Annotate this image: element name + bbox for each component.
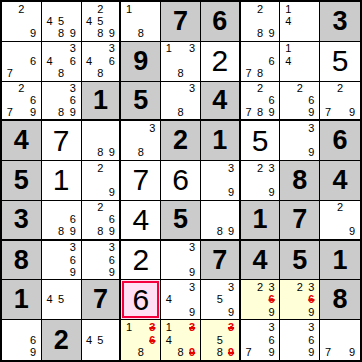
empty-candidate-slot [44, 281, 56, 293]
candidate-digit: 4 [163, 334, 175, 347]
empty-candidate-slot [16, 55, 28, 67]
cell-r7c5[interactable]: 39 [161, 241, 201, 281]
candidate-grid: 26789 [241, 82, 280, 120]
empty-candidate-slot [163, 67, 175, 79]
candidate-digit: 1 [163, 43, 175, 55]
cell-r8c5[interactable]: 349 [161, 280, 201, 320]
candidate-grid: 3468 [42, 42, 81, 81]
empty-candidate-slot [84, 266, 95, 278]
empty-candidate-slot [67, 202, 79, 214]
empty-candidate-slot [67, 281, 79, 293]
empty-candidate-slot [4, 83, 16, 95]
candidate-digit: 3 [106, 43, 117, 55]
empty-candidate-slot [346, 334, 358, 347]
empty-candidate-slot [334, 214, 346, 226]
empty-candidate-slot [294, 3, 306, 15]
candidate-digit: 4 [282, 15, 294, 27]
cell-r5c2[interactable]: 1 [42, 161, 82, 201]
cell-r7c1[interactable]: 8 [2, 241, 42, 281]
empty-candidate-slot [44, 67, 56, 79]
candidate-digit: 3 [225, 162, 236, 174]
cell-r1c7[interactable]: 289 [241, 2, 281, 42]
cell-r8c7[interactable]: 2369 [241, 280, 281, 320]
empty-candidate-slot [175, 94, 187, 106]
empty-candidate-slot [243, 321, 255, 334]
empty-candidate-slot [175, 55, 187, 67]
empty-candidate-slot [4, 334, 16, 347]
empty-candidate-slot [266, 174, 278, 186]
cell-r9c6[interactable]: 3589 [201, 320, 241, 360]
cell-r2c6[interactable]: 2 [201, 42, 241, 82]
empty-candidate-slot [203, 334, 214, 347]
candidate-digit: 5 [55, 294, 67, 306]
empty-candidate-slot [44, 226, 56, 238]
empty-candidate-slot [106, 15, 117, 27]
empty-candidate-slot [106, 202, 117, 214]
empty-candidate-slot [294, 55, 306, 67]
cell-r8c6[interactable]: 359 [201, 280, 241, 320]
empty-candidate-slot [84, 162, 95, 174]
struck-candidate-digit: 6 [147, 334, 159, 347]
cell-r1c3[interactable]: 24589 [82, 2, 122, 42]
given-digit: 7 [93, 286, 108, 313]
cell-r4c1[interactable]: 4 [2, 121, 42, 161]
cell-r9c9[interactable]: 79 [320, 320, 360, 360]
empty-candidate-slot [203, 281, 214, 293]
candidate-digit: 4 [44, 294, 56, 306]
candidate-digit: 2 [334, 83, 346, 95]
empty-candidate-slot [123, 346, 135, 359]
candidate-digit: 8 [135, 28, 147, 40]
candidate-digit: 4 [44, 55, 56, 67]
candidate-grid: 1368 [121, 320, 160, 360]
candidate-digit: 2 [294, 83, 306, 95]
cell-r2c8[interactable]: 14 [280, 42, 320, 82]
cell-r3c2[interactable]: 3689 [42, 82, 82, 122]
empty-candidate-slot [84, 3, 95, 15]
cell-r4c2[interactable]: 7 [42, 121, 82, 161]
empty-candidate-slot [95, 43, 106, 55]
candidate-digit: 2 [254, 281, 266, 293]
empty-candidate-slot [16, 67, 28, 79]
empty-candidate-slot [334, 106, 346, 118]
cell-r7c9[interactable]: 1 [320, 241, 360, 281]
cell-r8c3[interactable]: 7 [82, 280, 122, 320]
candidate-digit: 4 [84, 55, 95, 67]
cell-r1c9[interactable]: 3 [320, 2, 360, 42]
cell-r4c4[interactable]: 38 [121, 121, 161, 161]
empty-candidate-slot [175, 266, 187, 278]
cell-r5c9[interactable]: 4 [320, 161, 360, 201]
candidate-digit: 2 [95, 162, 106, 174]
entered-digit: 7 [53, 126, 70, 156]
empty-candidate-slot [346, 94, 358, 106]
empty-candidate-slot [282, 67, 294, 79]
cell-r2c9[interactable]: 5 [320, 42, 360, 82]
entered-digit: 5 [332, 46, 349, 76]
cell-r9c1[interactable]: 69 [2, 320, 42, 360]
empty-candidate-slot [55, 281, 67, 293]
empty-candidate-slot [44, 202, 56, 214]
empty-candidate-slot [282, 306, 294, 318]
candidate-digit: 9 [266, 106, 278, 118]
empty-candidate-slot [135, 3, 147, 15]
empty-candidate-slot [346, 321, 358, 334]
empty-candidate-slot [4, 15, 16, 27]
candidate-grid: 369 [82, 241, 120, 280]
cell-r2c1[interactable]: 67 [2, 42, 42, 82]
candidate-digit: 5 [55, 15, 67, 27]
cell-r1c6[interactable]: 6 [201, 2, 241, 42]
empty-candidate-slot [106, 334, 117, 347]
given-digit: 1 [14, 286, 29, 313]
candidate-grid: 45 [42, 280, 81, 319]
candidate-grid: 89 [201, 201, 239, 239]
empty-candidate-slot [186, 294, 198, 306]
cell-r3c8[interactable]: 269 [280, 82, 320, 122]
candidate-digit: 8 [254, 106, 266, 118]
empty-candidate-slot [214, 306, 225, 318]
empty-candidate-slot [322, 226, 334, 238]
candidate-digit: 1 [123, 321, 135, 334]
cell-r2c5[interactable]: 138 [161, 42, 201, 82]
cell-r5c8[interactable]: 8 [280, 161, 320, 201]
cell-r7c6[interactable]: 7 [201, 241, 241, 281]
candidate-digit: 3 [67, 43, 79, 55]
given-digit: 4 [212, 87, 227, 114]
cell-r2c7[interactable]: 678 [241, 42, 281, 82]
cell-r6c8[interactable]: 7 [280, 201, 320, 241]
empty-candidate-slot [84, 187, 95, 199]
empty-candidate-slot [16, 43, 28, 55]
given-digit: 8 [292, 167, 307, 194]
empty-candidate-slot [254, 174, 266, 186]
candidate-digit: 5 [214, 334, 225, 347]
candidate-digit: 4 [163, 294, 175, 306]
candidate-digit: 1 [282, 3, 294, 15]
given-digit: 5 [173, 206, 188, 233]
candidate-grid: 349 [161, 280, 200, 319]
cell-r9c8[interactable]: 369 [280, 320, 320, 360]
cell-r8c8[interactable]: 2369 [280, 280, 320, 320]
given-digit: 1 [93, 87, 108, 114]
empty-candidate-slot [4, 43, 16, 55]
cell-r9c7[interactable]: 3679 [241, 320, 281, 360]
candidate-digit: 1 [123, 3, 135, 15]
empty-candidate-slot [306, 135, 318, 147]
cell-r3c6[interactable]: 4 [201, 82, 241, 122]
cell-r7c2[interactable]: 369 [42, 241, 82, 281]
candidate-grid: 3589 [201, 320, 239, 360]
candidate-digit: 9 [27, 106, 39, 118]
given-digit: 5 [292, 247, 307, 274]
empty-candidate-slot [254, 43, 266, 55]
cell-r5c4[interactable]: 7 [121, 161, 161, 201]
candidate-digit: 3 [266, 281, 278, 293]
empty-candidate-slot [95, 122, 106, 134]
empty-candidate-slot [147, 15, 159, 27]
cell-r7c4[interactable]: 2 [121, 241, 161, 281]
candidate-digit: 9 [346, 346, 358, 359]
candidate-digit: 6 [106, 55, 117, 67]
candidate-grid: 14 [280, 42, 319, 81]
empty-candidate-slot [95, 266, 106, 278]
candidate-digit: 4 [84, 334, 95, 347]
cell-r4c7[interactable]: 5 [241, 121, 281, 161]
empty-candidate-slot [67, 67, 79, 79]
candidate-digit: 3 [225, 281, 236, 293]
cell-r3c3[interactable]: 1 [82, 82, 122, 122]
candidate-grid: 3468 [82, 42, 120, 81]
empty-candidate-slot [334, 94, 346, 106]
cell-r4c6[interactable]: 1 [201, 121, 241, 161]
candidate-digit: 9 [225, 226, 236, 238]
cell-r4c9[interactable]: 6 [320, 121, 360, 161]
cell-r2c2[interactable]: 3468 [42, 42, 82, 82]
empty-candidate-slot [16, 321, 28, 334]
struck-candidate-digit: 6 [306, 294, 318, 306]
empty-candidate-slot [135, 122, 147, 134]
empty-candidate-slot [106, 346, 117, 359]
empty-candidate-slot [55, 254, 67, 266]
empty-candidate-slot [84, 254, 95, 266]
cell-r5c1[interactable]: 5 [2, 161, 42, 201]
candidate-digit: 4 [282, 55, 294, 67]
empty-candidate-slot [346, 214, 358, 226]
empty-candidate-slot [243, 162, 255, 174]
empty-candidate-slot [322, 334, 334, 347]
candidate-grid: 3679 [241, 320, 280, 360]
given-digit: 1 [212, 127, 227, 154]
cell-r8c9[interactable]: 8 [320, 280, 360, 320]
empty-candidate-slot [243, 334, 255, 347]
empty-candidate-slot [95, 321, 106, 334]
cell-r9c2[interactable]: 2 [42, 320, 82, 360]
candidate-digit: 2 [254, 162, 266, 174]
empty-candidate-slot [106, 174, 117, 186]
cell-r9c4[interactable]: 1368 [121, 320, 161, 360]
candidate-digit: 8 [175, 106, 187, 118]
empty-candidate-slot [243, 15, 255, 27]
cell-r6c5[interactable]: 5 [161, 201, 201, 241]
candidate-grid: 4589 [42, 2, 81, 41]
candidate-grid: 279 [320, 82, 360, 120]
cell-r1c1[interactable]: 29 [2, 2, 42, 42]
empty-candidate-slot [175, 294, 187, 306]
given-digit: 2 [54, 327, 69, 354]
empty-candidate-slot [55, 306, 67, 318]
empty-candidate-slot [225, 294, 236, 306]
candidate-grid: 3689 [42, 82, 81, 120]
empty-candidate-slot [55, 3, 67, 15]
empty-candidate-slot [243, 187, 255, 199]
entered-digit: 6 [172, 165, 189, 195]
cell-r1c5[interactable]: 7 [161, 2, 201, 42]
cell-r4c8[interactable]: 39 [280, 121, 320, 161]
candidate-digit: 9 [266, 346, 278, 359]
cell-r6c4[interactable]: 4 [121, 201, 161, 241]
cell-r3c1[interactable]: 2679 [2, 82, 42, 122]
cell-r4c5[interactable]: 2 [161, 121, 201, 161]
empty-candidate-slot [95, 55, 106, 67]
empty-candidate-slot [55, 202, 67, 214]
empty-candidate-slot [306, 15, 318, 27]
empty-candidate-slot [266, 83, 278, 95]
empty-candidate-slot [16, 15, 28, 27]
cell-r4c3[interactable]: 89 [82, 121, 122, 161]
empty-candidate-slot [4, 321, 16, 334]
empty-candidate-slot [203, 226, 214, 238]
given-digit: 5 [133, 87, 148, 114]
given-digit: 8 [14, 247, 29, 274]
empty-candidate-slot [203, 214, 214, 226]
candidate-grid: 38 [161, 82, 200, 120]
empty-candidate-slot [16, 334, 28, 347]
candidate-digit: 6 [266, 55, 278, 67]
candidate-digit: 4 [44, 15, 56, 27]
entered-digit: 4 [132, 205, 149, 235]
empty-candidate-slot [243, 294, 255, 306]
empty-candidate-slot [123, 28, 135, 40]
empty-candidate-slot [84, 135, 95, 147]
empty-candidate-slot [225, 174, 236, 186]
empty-candidate-slot [16, 106, 28, 118]
cell-r5c6[interactable]: 39 [201, 161, 241, 201]
candidate-grid: 138 [161, 42, 200, 81]
candidate-digit: 1 [282, 43, 294, 55]
empty-candidate-slot [44, 94, 56, 106]
empty-candidate-slot [214, 187, 225, 199]
candidate-grid: 289 [241, 2, 280, 41]
cell-r8c1[interactable]: 1 [2, 280, 42, 320]
candidate-digit: 9 [266, 306, 278, 318]
empty-candidate-slot [186, 67, 198, 79]
cell-r1c4[interactable]: 18 [121, 2, 161, 42]
cell-r1c2[interactable]: 4589 [42, 2, 82, 42]
candidate-digit: 9 [67, 106, 79, 118]
candidate-digit: 5 [214, 294, 225, 306]
empty-candidate-slot [55, 214, 67, 226]
empty-candidate-slot [294, 321, 306, 334]
cell-r2c4[interactable]: 9 [121, 42, 161, 82]
cell-r9c5[interactable]: 13489 [161, 320, 201, 360]
empty-candidate-slot [175, 83, 187, 95]
empty-candidate-slot [282, 94, 294, 106]
cell-r6c7[interactable]: 1 [241, 201, 281, 241]
cell-r7c7[interactable]: 4 [241, 241, 281, 281]
candidate-digit: 9 [67, 28, 79, 40]
candidate-digit: 4 [84, 15, 95, 27]
empty-candidate-slot [95, 214, 106, 226]
empty-candidate-slot [254, 294, 266, 306]
candidate-grid: 39 [161, 241, 200, 280]
cell-r7c8[interactable]: 5 [280, 241, 320, 281]
candidate-digit: 9 [67, 226, 79, 238]
cell-r3c7[interactable]: 26789 [241, 82, 281, 122]
empty-candidate-slot [243, 28, 255, 40]
cell-r3c9[interactable]: 279 [320, 82, 360, 122]
empty-candidate-slot [214, 174, 225, 186]
empty-candidate-slot [282, 28, 294, 40]
empty-candidate-slot [175, 242, 187, 254]
candidate-digit: 8 [55, 28, 67, 40]
candidate-digit: 9 [225, 187, 236, 199]
empty-candidate-slot [123, 334, 135, 347]
empty-candidate-slot [84, 321, 95, 334]
given-digit: 7 [212, 247, 227, 274]
cell-r6c3[interactable]: 2689 [82, 201, 122, 241]
empty-candidate-slot [84, 122, 95, 134]
candidate-digit: 7 [322, 106, 334, 118]
candidate-grid: 369 [42, 241, 81, 280]
cell-r1c8[interactable]: 14 [280, 2, 320, 42]
empty-candidate-slot [294, 294, 306, 306]
empty-candidate-slot [84, 67, 95, 79]
empty-candidate-slot [334, 226, 346, 238]
cell-r7c3[interactable]: 369 [82, 241, 122, 281]
cell-r6c9[interactable]: 29 [320, 201, 360, 241]
cell-r5c5[interactable]: 6 [161, 161, 201, 201]
empty-candidate-slot [294, 106, 306, 118]
cell-r6c2[interactable]: 689 [42, 201, 82, 241]
cell-r5c7[interactable]: 239 [241, 161, 281, 201]
struck-candidate-digit: 3 [225, 321, 236, 334]
candidate-grid: 67 [2, 42, 41, 81]
empty-candidate-slot [106, 321, 117, 334]
cell-r3c5[interactable]: 38 [161, 82, 201, 122]
cell-r3c4[interactable]: 5 [121, 82, 161, 122]
cell-r8c4[interactable]: 6 [121, 280, 161, 320]
empty-candidate-slot [4, 28, 16, 40]
given-digit: 1 [333, 247, 348, 274]
cell-r8c2[interactable]: 45 [42, 280, 82, 320]
cell-r6c1[interactable]: 3 [2, 201, 42, 241]
empty-candidate-slot [334, 334, 346, 347]
candidate-digit: 8 [175, 67, 187, 79]
empty-candidate-slot [186, 334, 198, 347]
candidate-digit: 8 [214, 346, 225, 359]
empty-candidate-slot [95, 242, 106, 254]
candidate-grid: 359 [201, 280, 239, 319]
candidate-digit: 8 [55, 226, 67, 238]
candidate-digit: 3 [266, 321, 278, 334]
candidate-digit: 8 [95, 28, 106, 40]
cell-r6c6[interactable]: 89 [201, 201, 241, 241]
cell-r2c3[interactable]: 3468 [82, 42, 122, 82]
candidate-digit: 8 [95, 67, 106, 79]
candidate-grid: 69 [2, 320, 41, 360]
empty-candidate-slot [67, 3, 79, 15]
empty-candidate-slot [243, 174, 255, 186]
empty-candidate-slot [106, 3, 117, 15]
cell-r5c3[interactable]: 29 [82, 161, 122, 201]
empty-candidate-slot [175, 334, 187, 347]
candidate-grid: 678 [241, 42, 280, 81]
candidate-digit: 5 [95, 15, 106, 27]
candidate-digit: 9 [67, 266, 79, 278]
candidate-digit: 9 [266, 28, 278, 40]
given-digit: 8 [333, 286, 348, 313]
empty-candidate-slot [306, 43, 318, 55]
cell-r9c3[interactable]: 45 [82, 320, 122, 360]
empty-candidate-slot [147, 147, 159, 159]
empty-candidate-slot [135, 15, 147, 27]
struck-candidate-digit: 9 [186, 346, 198, 359]
empty-candidate-slot [163, 83, 175, 95]
candidate-digit: 6 [106, 254, 117, 266]
empty-candidate-slot [203, 321, 214, 334]
empty-candidate-slot [4, 346, 16, 359]
